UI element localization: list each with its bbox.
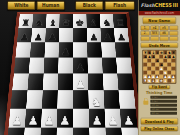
- square-g6[interactable]: [101, 42, 116, 57]
- square-g2[interactable]: ♟: [104, 108, 121, 127]
- square-c7[interactable]: ♟: [45, 28, 59, 42]
- square-e3[interactable]: [73, 90, 89, 108]
- piece-white-bishop: ♝: [40, 134, 57, 135]
- piece-black-pawn: ♟: [73, 61, 88, 73]
- square-b4[interactable]: [27, 73, 43, 90]
- square-f4[interactable]: [88, 73, 104, 90]
- square-e4[interactable]: ♟: [73, 73, 88, 90]
- move-cell: e5: [160, 26, 169, 31]
- piece-black-rook: ♜: [18, 17, 32, 28]
- piece-black-king: ♚: [73, 17, 87, 28]
- lock-icon: [143, 100, 148, 104]
- square-g3[interactable]: [103, 90, 120, 108]
- square-h1: ♜: [171, 79, 175, 83]
- square-e7[interactable]: [73, 28, 87, 42]
- app-window: White Human Black Flash ♜♞♝♛♚♝♞♜♟♟♟♟♟♟♟♟…: [0, 0, 180, 135]
- piece-white-pawn: ♟: [105, 114, 121, 127]
- mini-board: ♜♞♝♛♚♝♞♜♟♟♟♟♟♟♟♟♟♞♟♟♟♟♟♟♟♜♞♝♛♚♝♜: [142, 50, 176, 84]
- piece-black-pawn: ♟: [59, 45, 73, 57]
- piece-white-rook: ♜: [7, 134, 24, 135]
- square-d5[interactable]: [58, 57, 73, 73]
- piece-white-pawn: ♟: [121, 114, 137, 127]
- undo-move-button[interactable]: Undo Move: [141, 43, 178, 48]
- piece-white-rook: ♜: [123, 134, 138, 135]
- square-a7[interactable]: ♟: [17, 28, 32, 42]
- thinking-time-option[interactable]: 1 sec: [150, 96, 177, 99]
- move-cell: 1.: [141, 26, 150, 31]
- thinking-time-option[interactable]: 30 sec: [150, 108, 177, 111]
- square-e8[interactable]: ♚: [73, 14, 87, 28]
- black-player-label: Black: [75, 1, 103, 10]
- piece-black-knight: ♞: [100, 17, 114, 28]
- square-b3[interactable]: [26, 90, 43, 108]
- move-cell: e4: [150, 26, 159, 31]
- square-f5[interactable]: [87, 57, 102, 73]
- square-a6[interactable]: [15, 42, 31, 57]
- move-cell: Nf3: [150, 31, 159, 36]
- stage: White Human Black Flash ♜♞♝♛♚♝♞♜♟♟♟♟♟♟♟♟…: [0, 0, 180, 135]
- piece-black-bishop: ♝: [46, 17, 60, 28]
- square-h8[interactable]: ♜: [113, 14, 128, 28]
- square-e5[interactable]: ♟: [73, 57, 88, 73]
- new-game-button[interactable]: New Game: [143, 17, 176, 24]
- square-f1[interactable]: ♝: [89, 127, 106, 135]
- square-a5[interactable]: [14, 57, 30, 73]
- piece-black-pawn: ♟: [17, 31, 31, 42]
- main-board-grid: ♜♞♝♛♚♝♞♜♟♟♟♟♟♟♟♟♟♞♟♟♟♟♟♟♟♜♞♝♛♚♝♜: [7, 14, 138, 135]
- piece-black-pawn: ♟: [87, 31, 101, 42]
- square-h2[interactable]: ♟: [120, 108, 138, 127]
- square-b1[interactable]: ♞: [23, 127, 41, 135]
- square-c3[interactable]: [42, 90, 58, 108]
- square-h6[interactable]: [115, 42, 131, 57]
- logo-iii: III: [173, 3, 178, 8]
- thinking-time-option[interactable]: 60 sec: [150, 112, 177, 115]
- play-online-button[interactable]: Play Online Chess: [141, 126, 178, 131]
- square-c5[interactable]: [43, 57, 58, 73]
- square-b8[interactable]: ♞: [32, 14, 46, 28]
- square-b7[interactable]: ♟: [31, 28, 46, 42]
- square-d1[interactable]: ♛: [56, 127, 73, 135]
- piece-white-king: ♚: [73, 134, 90, 135]
- square-h3[interactable]: [119, 90, 136, 108]
- thinking-time-option[interactable]: 5 sec: [150, 100, 177, 103]
- square-b5[interactable]: [29, 57, 45, 73]
- sidebar: FlashCHESSIII www.flashchess3.com New Ga…: [138, 0, 180, 135]
- player-bar: White Human Black Flash: [0, 1, 138, 10]
- piece-white-pawn: ♟: [41, 114, 57, 127]
- square-d8[interactable]: ♛: [59, 14, 73, 28]
- piece-white-pawn: ♟: [9, 114, 25, 127]
- square-b2[interactable]: ♟: [25, 108, 42, 127]
- piece-white-queen: ♛: [56, 134, 73, 135]
- move-cell: [169, 31, 178, 36]
- square-g8[interactable]: ♞: [100, 14, 114, 28]
- square-a8[interactable]: ♜: [18, 14, 33, 28]
- piece-white-rook: ♜: [171, 79, 175, 83]
- download-offline-button[interactable]: Download & Play Offline: [141, 118, 178, 125]
- move-cell: [160, 36, 169, 41]
- square-g4[interactable]: [103, 73, 119, 90]
- square-f8[interactable]: ♝: [86, 14, 100, 28]
- piece-white-pawn: ♟: [89, 114, 105, 127]
- piece-white-pawn: ♟: [73, 78, 88, 90]
- square-f7[interactable]: ♟: [87, 28, 101, 42]
- thinking-time-option[interactable]: 10 sec: [150, 104, 177, 107]
- square-d2[interactable]: ♟: [57, 108, 73, 127]
- board-frame: ♜♞♝♛♚♝♞♜♟♟♟♟♟♟♟♟♟♞♟♟♟♟♟♟♟♜♞♝♛♚♝♜: [2, 12, 138, 135]
- piece-black-pawn: ♟: [31, 31, 45, 42]
- piece-black-pawn: ♟: [101, 31, 115, 42]
- white-player-label: White: [7, 1, 35, 10]
- square-e2[interactable]: [73, 108, 89, 127]
- sidebar-panel: New Game 1.e4e52.Nf3d6 Undo Move ♜♞♝♛♚♝♞…: [139, 15, 180, 131]
- piece-black-pawn: ♟: [45, 31, 59, 42]
- square-d3[interactable]: [57, 90, 73, 108]
- piece-black-rook: ♜: [114, 17, 128, 28]
- square-f6[interactable]: [87, 42, 102, 57]
- square-h1[interactable]: ♜: [121, 127, 138, 135]
- piece-black-pawn: ♟: [115, 31, 129, 42]
- white-player-select[interactable]: Human: [37, 1, 65, 10]
- square-d4[interactable]: [58, 73, 73, 90]
- move-cell: [141, 36, 150, 41]
- logo-chess: CHESS: [155, 3, 172, 8]
- game-area: White Human Black Flash ♜♞♝♛♚♝♞♜♟♟♟♟♟♟♟♟…: [0, 0, 138, 135]
- square-a4[interactable]: [12, 73, 28, 90]
- square-c8[interactable]: ♝: [46, 14, 60, 28]
- piece-white-bishop: ♝: [90, 134, 107, 135]
- piece-black-queen: ♛: [59, 17, 73, 28]
- piece-white-pawn: ♟: [25, 114, 41, 127]
- chess-board-3d: ♜♞♝♛♚♝♞♜♟♟♟♟♟♟♟♟♟♞♟♟♟♟♟♟♟♜♞♝♛♚♝♜: [2, 12, 138, 135]
- thinking-time-panel: 1 sec5 sec10 sec30 sec60 sec: [143, 96, 178, 116]
- site-banner: www.flashchess3.com: [139, 11, 180, 15]
- piece-black-knight: ♞: [32, 17, 46, 28]
- move-cell: [169, 36, 178, 41]
- square-h7[interactable]: ♟: [114, 28, 129, 42]
- thinking-time-options: 1 sec5 sec10 sec30 sec60 sec: [150, 96, 178, 116]
- square-h5[interactable]: [116, 57, 132, 73]
- square-a2[interactable]: ♟: [9, 108, 27, 127]
- move-list: 1.e4e52.Nf3d6: [141, 26, 178, 41]
- mini-board-grid: ♜♞♝♛♚♝♞♜♟♟♟♟♟♟♟♟♟♞♟♟♟♟♟♟♟♜♞♝♛♚♝♜: [143, 51, 175, 83]
- square-c2[interactable]: ♟: [41, 108, 58, 127]
- square-e1[interactable]: ♚: [73, 127, 90, 135]
- move-cell: [150, 36, 159, 41]
- square-g5[interactable]: [102, 57, 118, 73]
- piece-black-bishop: ♝: [87, 17, 101, 28]
- square-b6[interactable]: [30, 42, 45, 57]
- black-player-select[interactable]: Flash: [105, 1, 135, 10]
- square-g7[interactable]: ♟: [100, 28, 115, 42]
- logo-flash: Flash: [141, 3, 155, 8]
- square-e6[interactable]: [73, 42, 87, 57]
- piece-white-knight: ♞: [23, 134, 40, 135]
- piece-white-knight: ♞: [89, 95, 105, 108]
- square-f3[interactable]: ♞: [88, 90, 104, 108]
- square-c4[interactable]: [43, 73, 59, 90]
- move-cell: [169, 26, 178, 31]
- game-logo: FlashCHESSIII: [139, 0, 180, 11]
- square-d6[interactable]: ♟: [59, 42, 73, 57]
- move-cell: 2.: [141, 31, 150, 36]
- flip-board-button[interactable]: Flip Board: [149, 85, 170, 89]
- square-f2[interactable]: ♟: [89, 108, 106, 127]
- square-h4[interactable]: [117, 73, 133, 90]
- square-a3[interactable]: [10, 90, 27, 108]
- square-c6[interactable]: [44, 42, 59, 57]
- thinking-time-title: Thinking Time: [141, 91, 178, 95]
- square-a1[interactable]: ♜: [7, 127, 25, 135]
- move-cell: d6: [160, 31, 169, 36]
- square-c1[interactable]: ♝: [40, 127, 57, 135]
- piece-white-pawn: ♟: [57, 114, 73, 127]
- square-g1[interactable]: [105, 127, 123, 135]
- square-d7[interactable]: [59, 28, 73, 42]
